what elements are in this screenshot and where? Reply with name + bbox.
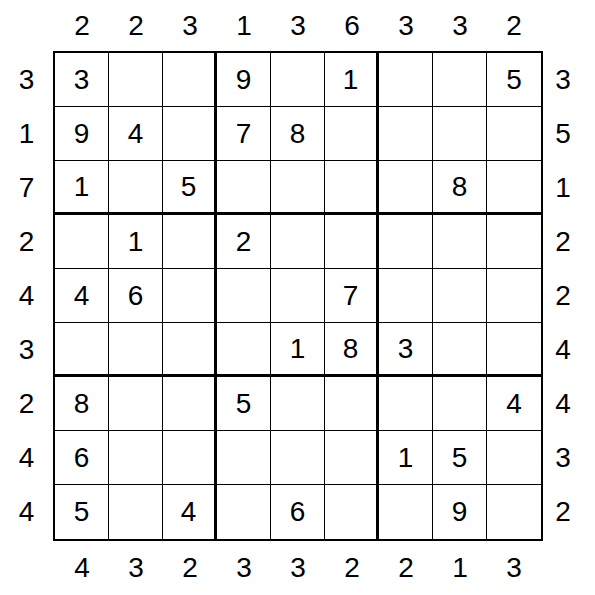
bottom-clue-3: 2 <box>163 541 217 595</box>
cell-r7c4: 5 <box>217 377 271 431</box>
cell-r7c8[interactable] <box>433 377 487 431</box>
cell-r2c8[interactable] <box>433 107 487 161</box>
cell-r1c5[interactable] <box>271 53 325 107</box>
right-clue-9: 2 <box>543 485 583 539</box>
top-clue-5: 3 <box>271 0 325 51</box>
right-clue-4: 2 <box>543 215 583 269</box>
corner-bottom-left <box>0 541 53 595</box>
cell-r2c9[interactable] <box>487 107 541 161</box>
cell-r8c5[interactable] <box>271 431 325 485</box>
cell-r2c2: 4 <box>109 107 163 161</box>
cell-r8c6[interactable] <box>325 431 379 485</box>
cell-r7c9: 4 <box>487 377 541 431</box>
cell-r2c4: 7 <box>217 107 271 161</box>
cell-r1c3[interactable] <box>163 53 217 107</box>
cell-r8c4[interactable] <box>217 431 271 485</box>
skyscraper-sudoku-puzzle: 223136332 317243244 39159478158124671838… <box>0 0 595 595</box>
cell-r1c4: 9 <box>217 53 271 107</box>
cell-r7c5[interactable] <box>271 377 325 431</box>
cell-r4c3[interactable] <box>163 215 217 269</box>
cell-r6c8[interactable] <box>433 323 487 377</box>
bottom-clue-7: 2 <box>379 541 433 595</box>
left-clue-1: 3 <box>0 53 53 107</box>
cell-r6c5: 1 <box>271 323 325 377</box>
top-clue-3: 3 <box>163 0 217 51</box>
cell-r1c8[interactable] <box>433 53 487 107</box>
cell-r3c3: 5 <box>163 161 217 215</box>
cell-r3c1: 1 <box>55 161 109 215</box>
cell-r8c1: 6 <box>55 431 109 485</box>
cell-r7c3[interactable] <box>163 377 217 431</box>
right-clue-6: 4 <box>543 323 583 377</box>
bottom-clue-9: 3 <box>487 541 541 595</box>
bottom-clues: 432332213 <box>53 541 543 595</box>
cell-r6c7: 3 <box>379 323 433 377</box>
right-clue-2: 5 <box>543 107 583 161</box>
cell-r4c6[interactable] <box>325 215 379 269</box>
top-clue-8: 3 <box>433 0 487 51</box>
bottom-clue-1: 4 <box>55 541 109 595</box>
cell-r4c2: 1 <box>109 215 163 269</box>
cell-r3c4[interactable] <box>217 161 271 215</box>
cell-r3c7[interactable] <box>379 161 433 215</box>
cell-r5c7[interactable] <box>379 269 433 323</box>
right-clue-1: 3 <box>543 53 583 107</box>
cell-r9c9[interactable] <box>487 485 541 539</box>
top-clue-1: 2 <box>55 0 109 51</box>
top-clue-6: 6 <box>325 0 379 51</box>
cell-r5c6: 7 <box>325 269 379 323</box>
cell-r1c7[interactable] <box>379 53 433 107</box>
cell-r9c5: 6 <box>271 485 325 539</box>
left-clue-7: 2 <box>0 377 53 431</box>
cell-r6c9[interactable] <box>487 323 541 377</box>
left-clue-9: 4 <box>0 485 53 539</box>
cell-r8c9[interactable] <box>487 431 541 485</box>
cell-r9c2[interactable] <box>109 485 163 539</box>
corner-bottom-right <box>543 541 595 595</box>
left-clues: 317243244 <box>0 51 53 541</box>
left-clue-5: 4 <box>0 269 53 323</box>
cell-r9c3: 4 <box>163 485 217 539</box>
cell-r8c3[interactable] <box>163 431 217 485</box>
cell-r1c6: 1 <box>325 53 379 107</box>
cell-r4c1[interactable] <box>55 215 109 269</box>
bottom-clue-4: 3 <box>217 541 271 595</box>
cell-r5c3[interactable] <box>163 269 217 323</box>
cell-r5c5[interactable] <box>271 269 325 323</box>
cell-r1c9: 5 <box>487 53 541 107</box>
cell-r6c6: 8 <box>325 323 379 377</box>
cell-r2c7[interactable] <box>379 107 433 161</box>
top-clue-2: 2 <box>109 0 163 51</box>
cell-r6c3[interactable] <box>163 323 217 377</box>
top-clues: 223136332 <box>53 0 543 51</box>
cell-r3c5[interactable] <box>271 161 325 215</box>
top-clue-7: 3 <box>379 0 433 51</box>
cell-r8c7: 1 <box>379 431 433 485</box>
sudoku-board: 39159478158124671838546155469 <box>53 51 543 541</box>
cell-r5c8[interactable] <box>433 269 487 323</box>
right-clue-5: 2 <box>543 269 583 323</box>
cell-r1c1: 3 <box>55 53 109 107</box>
cell-r4c8[interactable] <box>433 215 487 269</box>
cell-r1c2[interactable] <box>109 53 163 107</box>
cell-r6c4[interactable] <box>217 323 271 377</box>
cell-r7c7[interactable] <box>379 377 433 431</box>
right-clue-3: 1 <box>543 161 583 215</box>
cell-r5c2: 6 <box>109 269 163 323</box>
left-clue-2: 1 <box>0 107 53 161</box>
cell-r9c7[interactable] <box>379 485 433 539</box>
bottom-clue-8: 1 <box>433 541 487 595</box>
top-clue-9: 2 <box>487 0 541 51</box>
cell-r9c8: 9 <box>433 485 487 539</box>
bottom-clue-2: 3 <box>109 541 163 595</box>
corner-top-right <box>543 0 595 51</box>
cell-r4c9[interactable] <box>487 215 541 269</box>
cell-r2c5: 8 <box>271 107 325 161</box>
left-clue-8: 4 <box>0 431 53 485</box>
cell-r6c1[interactable] <box>55 323 109 377</box>
right-clues: 351224432 <box>543 51 595 541</box>
bottom-clue-5: 3 <box>271 541 325 595</box>
cell-r5c9[interactable] <box>487 269 541 323</box>
left-clue-4: 2 <box>0 215 53 269</box>
cell-r7c6[interactable] <box>325 377 379 431</box>
right-clue-8: 3 <box>543 431 583 485</box>
cell-r3c2[interactable] <box>109 161 163 215</box>
cell-r8c2[interactable] <box>109 431 163 485</box>
corner-top-left <box>0 0 53 51</box>
right-clue-7: 4 <box>543 377 583 431</box>
cell-r2c1: 9 <box>55 107 109 161</box>
cell-r9c6[interactable] <box>325 485 379 539</box>
cell-r6c2[interactable] <box>109 323 163 377</box>
cell-r8c8: 5 <box>433 431 487 485</box>
cell-r3c6[interactable] <box>325 161 379 215</box>
cell-r4c4: 2 <box>217 215 271 269</box>
left-clue-6: 3 <box>0 323 53 377</box>
left-clue-3: 7 <box>0 161 53 215</box>
cell-r9c4[interactable] <box>217 485 271 539</box>
cell-r4c7[interactable] <box>379 215 433 269</box>
cell-r3c9[interactable] <box>487 161 541 215</box>
cell-r9c1: 5 <box>55 485 109 539</box>
cell-r4c5[interactable] <box>271 215 325 269</box>
cell-r5c4[interactable] <box>217 269 271 323</box>
cell-r7c2[interactable] <box>109 377 163 431</box>
cell-r5c1: 4 <box>55 269 109 323</box>
cell-r2c3[interactable] <box>163 107 217 161</box>
cell-r7c1: 8 <box>55 377 109 431</box>
bottom-clue-6: 2 <box>325 541 379 595</box>
cell-r2c6[interactable] <box>325 107 379 161</box>
cell-r3c8: 8 <box>433 161 487 215</box>
top-clue-4: 1 <box>217 0 271 51</box>
